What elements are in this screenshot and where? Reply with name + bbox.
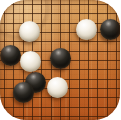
black-stone: [50, 48, 71, 69]
white-stone: [19, 21, 40, 42]
screenshot-background: [0, 0, 120, 120]
grid-line-vertical: [97, 0, 98, 120]
go-board: [0, 0, 120, 120]
white-stone: [47, 77, 68, 98]
grid-line-horizontal: [0, 116, 120, 117]
go-app-icon[interactable]: [0, 0, 120, 120]
grid-line-vertical: [79, 0, 80, 120]
black-stone: [100, 19, 121, 40]
white-stone: [76, 19, 97, 40]
grid-line-vertical: [107, 0, 108, 120]
grid-line-horizontal: [0, 107, 120, 108]
white-stone: [20, 51, 41, 72]
grid-line-vertical: [116, 0, 117, 120]
black-stone: [13, 82, 34, 103]
grid-line-vertical: [88, 0, 89, 120]
black-stone: [0, 45, 21, 66]
grid-line-horizontal: [0, 69, 120, 70]
